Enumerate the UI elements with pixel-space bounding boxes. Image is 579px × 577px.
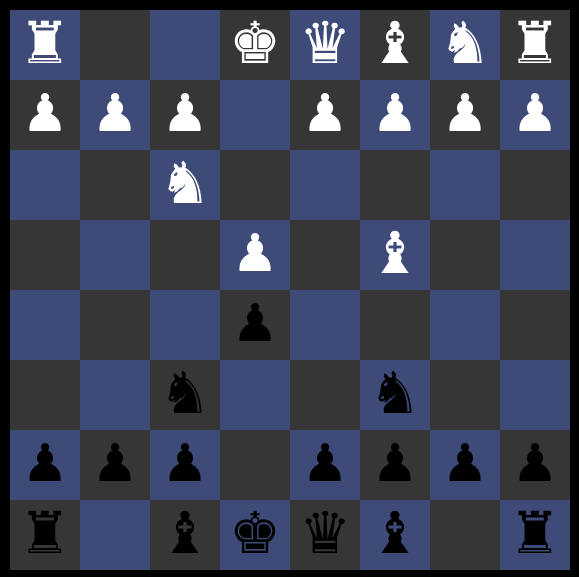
square-h6[interactable] [10, 360, 80, 430]
white-king-piece[interactable]: ♚ [229, 8, 281, 78]
black-pawn-piece[interactable]: ♟ [512, 428, 559, 498]
black-knight-piece[interactable]: ♞ [159, 358, 211, 428]
square-e5[interactable]: ♟ [220, 290, 290, 360]
square-b7[interactable]: ♟ [430, 430, 500, 500]
square-f7[interactable]: ♟ [150, 430, 220, 500]
square-c5[interactable] [360, 290, 430, 360]
black-pawn-piece[interactable]: ♟ [372, 428, 419, 498]
square-e6[interactable] [220, 360, 290, 430]
square-g4[interactable] [80, 220, 150, 290]
black-king-piece[interactable]: ♚ [229, 498, 281, 568]
square-b8[interactable] [430, 500, 500, 570]
white-pawn-piece[interactable]: ♟ [512, 78, 559, 148]
black-pawn-piece[interactable]: ♟ [232, 288, 279, 358]
black-pawn-piece[interactable]: ♟ [162, 428, 209, 498]
black-pawn-piece[interactable]: ♟ [442, 428, 489, 498]
black-rook-piece[interactable]: ♜ [19, 498, 71, 568]
black-queen-piece[interactable]: ♛ [299, 498, 351, 568]
square-h5[interactable] [10, 290, 80, 360]
chess-board: ♜♚♛♝♞♜♟♟♟♟♟♟♟♞♟♝♟♞♞♟♟♟♟♟♟♟♜♝♚♛♝♜ [10, 10, 570, 570]
square-c2[interactable]: ♟ [360, 80, 430, 150]
square-c1[interactable]: ♝ [360, 10, 430, 80]
square-c4[interactable]: ♝ [360, 220, 430, 290]
black-bishop-piece[interactable]: ♝ [159, 498, 211, 568]
square-h7[interactable]: ♟ [10, 430, 80, 500]
square-a8[interactable]: ♜ [500, 500, 570, 570]
square-d3[interactable] [290, 150, 360, 220]
square-c3[interactable] [360, 150, 430, 220]
square-f4[interactable] [150, 220, 220, 290]
square-g8[interactable] [80, 500, 150, 570]
square-d8[interactable]: ♛ [290, 500, 360, 570]
square-a5[interactable] [500, 290, 570, 360]
square-b2[interactable]: ♟ [430, 80, 500, 150]
square-f6[interactable]: ♞ [150, 360, 220, 430]
square-a7[interactable]: ♟ [500, 430, 570, 500]
white-pawn-piece[interactable]: ♟ [302, 78, 349, 148]
square-a6[interactable] [500, 360, 570, 430]
white-pawn-piece[interactable]: ♟ [232, 218, 279, 288]
white-rook-piece[interactable]: ♜ [19, 8, 71, 78]
square-f2[interactable]: ♟ [150, 80, 220, 150]
square-a2[interactable]: ♟ [500, 80, 570, 150]
chess-app: ♜♚♛♝♞♜♟♟♟♟♟♟♟♞♟♝♟♞♞♟♟♟♟♟♟♟♜♝♚♛♝♜ [0, 0, 579, 577]
white-pawn-piece[interactable]: ♟ [162, 78, 209, 148]
square-e4[interactable]: ♟ [220, 220, 290, 290]
square-e1[interactable]: ♚ [220, 10, 290, 80]
square-f8[interactable]: ♝ [150, 500, 220, 570]
square-c8[interactable]: ♝ [360, 500, 430, 570]
square-e3[interactable] [220, 150, 290, 220]
square-h2[interactable]: ♟ [10, 80, 80, 150]
square-a4[interactable] [500, 220, 570, 290]
square-f3[interactable]: ♞ [150, 150, 220, 220]
square-f1[interactable] [150, 10, 220, 80]
black-bishop-piece[interactable]: ♝ [369, 498, 421, 568]
square-f5[interactable] [150, 290, 220, 360]
square-b6[interactable] [430, 360, 500, 430]
white-knight-piece[interactable]: ♞ [439, 8, 491, 78]
square-d2[interactable]: ♟ [290, 80, 360, 150]
black-knight-piece[interactable]: ♞ [369, 358, 421, 428]
white-pawn-piece[interactable]: ♟ [92, 78, 139, 148]
square-b3[interactable] [430, 150, 500, 220]
square-d6[interactable] [290, 360, 360, 430]
white-bishop-piece[interactable]: ♝ [369, 8, 421, 78]
square-d7[interactable]: ♟ [290, 430, 360, 500]
square-h4[interactable] [10, 220, 80, 290]
square-g1[interactable] [80, 10, 150, 80]
black-pawn-piece[interactable]: ♟ [92, 428, 139, 498]
white-pawn-piece[interactable]: ♟ [372, 78, 419, 148]
white-bishop-piece[interactable]: ♝ [369, 218, 421, 288]
white-queen-piece[interactable]: ♛ [299, 8, 351, 78]
black-pawn-piece[interactable]: ♟ [22, 428, 69, 498]
white-rook-piece[interactable]: ♜ [509, 8, 561, 78]
square-g5[interactable] [80, 290, 150, 360]
square-b1[interactable]: ♞ [430, 10, 500, 80]
square-h8[interactable]: ♜ [10, 500, 80, 570]
white-knight-piece[interactable]: ♞ [159, 148, 211, 218]
square-c6[interactable]: ♞ [360, 360, 430, 430]
square-g3[interactable] [80, 150, 150, 220]
square-b4[interactable] [430, 220, 500, 290]
square-e8[interactable]: ♚ [220, 500, 290, 570]
square-d5[interactable] [290, 290, 360, 360]
square-g7[interactable]: ♟ [80, 430, 150, 500]
square-h3[interactable] [10, 150, 80, 220]
square-g2[interactable]: ♟ [80, 80, 150, 150]
square-e7[interactable] [220, 430, 290, 500]
white-pawn-piece[interactable]: ♟ [442, 78, 489, 148]
black-pawn-piece[interactable]: ♟ [302, 428, 349, 498]
square-d4[interactable] [290, 220, 360, 290]
black-rook-piece[interactable]: ♜ [509, 498, 561, 568]
square-e2[interactable] [220, 80, 290, 150]
square-c7[interactable]: ♟ [360, 430, 430, 500]
square-d1[interactable]: ♛ [290, 10, 360, 80]
square-g6[interactable] [80, 360, 150, 430]
square-a3[interactable] [500, 150, 570, 220]
square-h1[interactable]: ♜ [10, 10, 80, 80]
square-a1[interactable]: ♜ [500, 10, 570, 80]
white-pawn-piece[interactable]: ♟ [22, 78, 69, 148]
square-b5[interactable] [430, 290, 500, 360]
